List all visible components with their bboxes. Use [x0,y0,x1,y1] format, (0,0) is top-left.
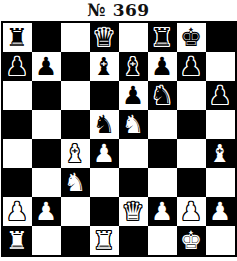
square-d4: ♟ [90,139,119,168]
square-d5: ♞ [90,110,119,139]
black-pawn-piece: ♟ [209,81,231,110]
square-c6 [61,81,90,110]
square-g8: ♚ [177,23,206,52]
square-f8: ♜ [148,23,177,52]
square-h8 [206,23,235,52]
white-rook-piece: ♜ [6,226,28,255]
square-g4 [177,139,206,168]
square-h7 [206,52,235,81]
square-h2: ♟ [206,197,235,226]
square-h6: ♟ [206,81,235,110]
square-f2: ♟ [148,197,177,226]
square-a4 [3,139,32,168]
square-a2: ♟ [3,197,32,226]
square-e7: ♝ [119,52,148,81]
black-queen-piece: ♛ [93,23,115,52]
black-bishop-piece: ♝ [93,52,115,81]
square-c7 [61,52,90,81]
white-queen-piece: ♛ [122,197,144,226]
square-e6: ♟ [119,81,148,110]
square-d6 [90,81,119,110]
square-g1: ♚ [177,226,206,255]
white-pawn-piece: ♟ [151,197,173,226]
diagram-number: № 369 [0,0,237,20]
square-a3 [3,168,32,197]
square-d2 [90,197,119,226]
white-pawn-piece: ♟ [35,197,57,226]
white-pawn-piece: ♟ [180,197,202,226]
square-d3 [90,168,119,197]
square-a1: ♜ [3,226,32,255]
white-bishop-piece: ♝ [209,139,231,168]
square-g3 [177,168,206,197]
square-b6 [32,81,61,110]
black-pawn-piece: ♟ [6,52,28,81]
black-pawn-piece: ♟ [180,52,202,81]
square-f7: ♟ [148,52,177,81]
square-e3 [119,168,148,197]
square-b2: ♟ [32,197,61,226]
square-f6: ♞ [148,81,177,110]
black-knight-piece: ♞ [93,110,115,139]
square-g5 [177,110,206,139]
square-a6 [3,81,32,110]
square-d7: ♝ [90,52,119,81]
white-bishop-piece: ♝ [64,139,86,168]
white-pawn-piece: ♟ [93,139,115,168]
chess-board: ♜♛♜♚♟♟♝♝♟♟♟♞♟♞♞♝♟♝♞♟♟♛♟♟♟♜♜♚ [1,21,237,257]
square-b8 [32,23,61,52]
square-c5 [61,110,90,139]
black-pawn-piece: ♟ [35,52,57,81]
square-a8: ♜ [3,23,32,52]
chess-diagram-page: № 369 ♜♛♜♚♟♟♝♝♟♟♟♞♟♞♞♝♟♝♞♟♟♛♟♟♟♜♜♚ [0,0,237,261]
black-pawn-piece: ♟ [122,81,144,110]
square-c3: ♞ [61,168,90,197]
square-e2: ♛ [119,197,148,226]
square-a5 [3,110,32,139]
square-c4: ♝ [61,139,90,168]
square-g2: ♟ [177,197,206,226]
white-rook-piece: ♜ [93,226,115,255]
square-a7: ♟ [3,52,32,81]
white-knight-piece: ♞ [122,110,144,139]
square-e8 [119,23,148,52]
black-rook-piece: ♜ [6,23,28,52]
square-e4 [119,139,148,168]
square-h5 [206,110,235,139]
black-knight-piece: ♞ [151,81,173,110]
square-d8: ♛ [90,23,119,52]
square-h1 [206,226,235,255]
square-c8 [61,23,90,52]
square-e5: ♞ [119,110,148,139]
square-d1: ♜ [90,226,119,255]
square-f1 [148,226,177,255]
square-b1 [32,226,61,255]
white-pawn-piece: ♟ [6,197,28,226]
square-f4 [148,139,177,168]
square-g6 [177,81,206,110]
square-c2 [61,197,90,226]
white-king-piece: ♚ [180,226,202,255]
black-king-piece: ♚ [180,23,202,52]
square-f3 [148,168,177,197]
black-rook-piece: ♜ [151,23,173,52]
square-b4 [32,139,61,168]
black-pawn-piece: ♟ [151,52,173,81]
square-h4: ♝ [206,139,235,168]
square-b3 [32,168,61,197]
white-pawn-piece: ♟ [209,197,231,226]
square-b7: ♟ [32,52,61,81]
square-e1 [119,226,148,255]
black-bishop-piece: ♝ [122,52,144,81]
white-knight-piece: ♞ [64,168,86,197]
square-f5 [148,110,177,139]
square-g7: ♟ [177,52,206,81]
square-h3 [206,168,235,197]
square-c1 [61,226,90,255]
square-b5 [32,110,61,139]
